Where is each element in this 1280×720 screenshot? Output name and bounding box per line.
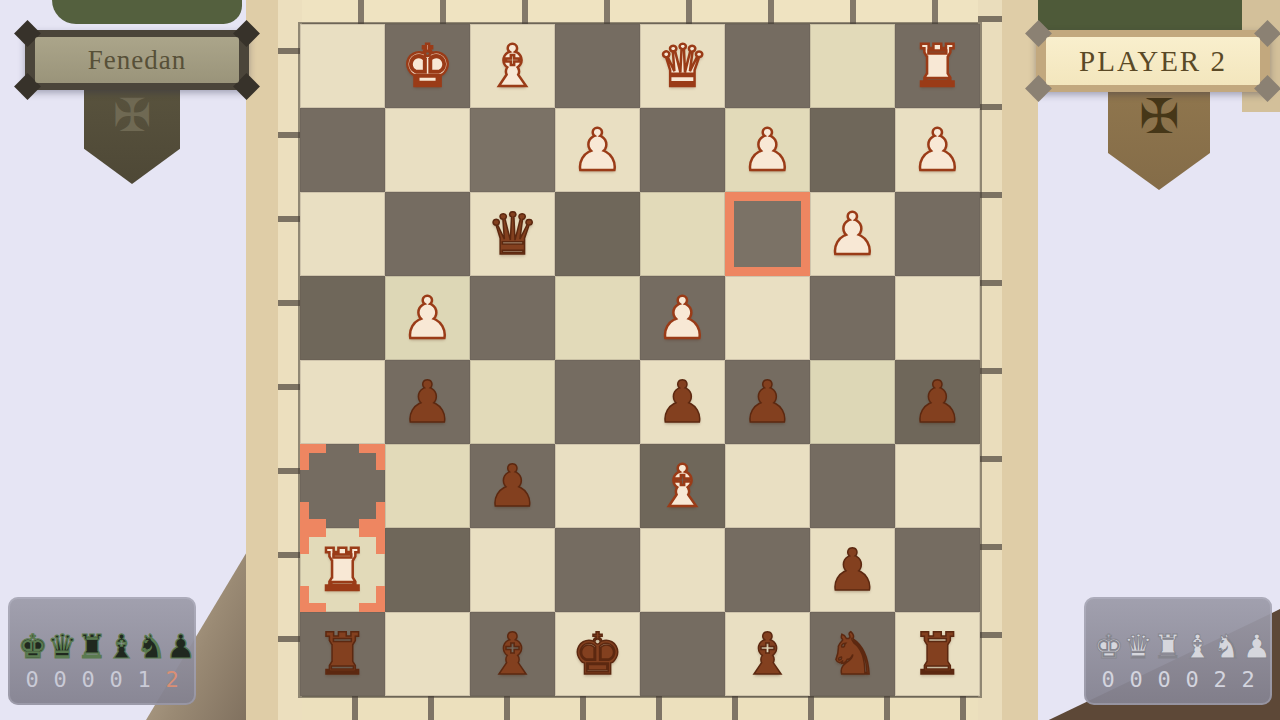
black-pawn: ♟ [912,373,964,431]
square-r5c8[interactable]: ♟ [895,360,980,444]
white-pawn: ♟ [572,121,624,179]
square-r4c6[interactable] [725,276,810,360]
black-rook: ♜ [912,625,964,683]
captured-count-digit: 0 [81,667,94,692]
player1-name: Fenedan [88,45,186,76]
white-pawn: ♟ [827,205,879,263]
captured-king-icon: ♚ [18,630,48,663]
maltese-cross-icon: ✠ [1139,92,1179,140]
captured-count-digit: 2 [165,667,178,692]
square-r7c4[interactable] [555,528,640,612]
square-r3c4[interactable] [555,192,640,276]
square-r3c1[interactable] [300,192,385,276]
black-bishop: ♝ [487,625,539,683]
square-r2c4[interactable]: ♟ [555,108,640,192]
black-king: ♚ [572,625,624,683]
square-r2c5[interactable] [640,108,725,192]
maltese-cross-icon: ✠ [113,92,152,138]
black-pawn: ♟ [657,373,709,431]
square-r6c5[interactable]: ♝ [640,444,725,528]
square-r7c1[interactable]: ♜ [300,528,385,612]
captured-pieces-row: ♚♛♜♝♞♟ [1084,597,1272,663]
square-r8c1[interactable]: ♜ [300,612,385,696]
square-r8c6[interactable]: ♝ [725,612,810,696]
square-r1c2[interactable]: ♚ [385,24,470,108]
board-frame-stones-top [282,0,998,26]
square-r1c3[interactable]: ♝ [470,24,555,108]
white-bishop: ♝ [657,457,709,515]
square-r5c5[interactable]: ♟ [640,360,725,444]
white-queen: ♛ [657,37,709,95]
white-pawn: ♟ [657,289,709,347]
white-bishop: ♝ [487,37,539,95]
square-r5c4[interactable] [555,360,640,444]
white-rook: ♜ [912,37,964,95]
square-r1c4[interactable] [555,24,640,108]
captured-bishop-icon: ♝ [1183,630,1213,663]
black-pawn: ♟ [827,541,879,599]
square-r8c5[interactable] [640,612,725,696]
square-r6c8[interactable] [895,444,980,528]
square-r8c4[interactable]: ♚ [555,612,640,696]
black-pawn: ♟ [402,373,454,431]
square-r2c2[interactable] [385,108,470,192]
square-r4c7[interactable] [810,276,895,360]
square-r5c3[interactable] [470,360,555,444]
square-r4c5[interactable]: ♟ [640,276,725,360]
square-r6c6[interactable] [725,444,810,528]
captured-counter: 000012 [8,663,196,692]
square-r1c1[interactable] [300,24,385,108]
square-r4c4[interactable] [555,276,640,360]
white-king: ♚ [402,37,454,95]
square-r4c2[interactable]: ♟ [385,276,470,360]
square-r1c5[interactable]: ♛ [640,24,725,108]
captured-counter: 000022 [1084,663,1272,692]
square-r6c4[interactable] [555,444,640,528]
captured-bishop-icon: ♝ [107,630,137,663]
square-r3c6[interactable] [725,192,810,276]
captured-count-digit: 0 [25,667,38,692]
white-pawn: ♟ [402,289,454,347]
captured-queen-icon: ♛ [48,630,78,663]
board-frame-stones-left [278,0,302,720]
board-frame-stones-bottom [282,694,998,720]
square-r1c7[interactable] [810,24,895,108]
captured-king-icon: ♚ [1094,630,1124,663]
chess-board: ♚♝♛♜♟♟♟♛♟♟♟♟♟♟♟♟♝♜♟♜♝♚♝♞♜ [300,24,980,696]
square-r3c8[interactable] [895,192,980,276]
captured-count-digit: 0 [1157,667,1170,692]
captured-pawn-icon: ♟ [1242,630,1272,663]
square-r5c2[interactable]: ♟ [385,360,470,444]
square-r2c6[interactable]: ♟ [725,108,810,192]
captured-count-digit: 2 [1213,667,1226,692]
square-r5c6[interactable]: ♟ [725,360,810,444]
captured-pieces-row: ♚♛♜♝♞♟ [8,597,196,663]
black-rook: ♜ [317,625,369,683]
black-pawn: ♟ [742,373,794,431]
black-pawn: ♟ [487,457,539,515]
square-r3c7[interactable]: ♟ [810,192,895,276]
square-r3c3[interactable]: ♛ [470,192,555,276]
square-r5c1[interactable] [300,360,385,444]
square-r8c8[interactable]: ♜ [895,612,980,696]
square-r2c7[interactable] [810,108,895,192]
square-r2c8[interactable]: ♟ [895,108,980,192]
square-r3c5[interactable] [640,192,725,276]
square-r6c7[interactable] [810,444,895,528]
player2-captured-tray: ♚♛♜♝♞♟ 000022 [1084,597,1272,705]
black-bishop: ♝ [742,625,794,683]
square-r1c6[interactable] [725,24,810,108]
square-r7c6[interactable] [725,528,810,612]
captured-count-digit: 2 [1241,667,1254,692]
square-r3c2[interactable] [385,192,470,276]
captured-pawn-icon: ♟ [166,630,196,663]
square-r8c2[interactable] [385,612,470,696]
player2-nameplate: PLAYER 2 [1036,30,1270,92]
player1-captured-tray: ♚♛♜♝♞♟ 000012 [8,597,196,705]
square-r7c5[interactable] [640,528,725,612]
square-r6c3[interactable]: ♟ [470,444,555,528]
black-queen: ♛ [487,205,539,263]
captured-count-digit: 1 [137,667,150,692]
player1-nameplate: Fenedan [25,30,249,90]
player1-nameplate-plate: Fenedan [35,37,239,83]
square-r6c1[interactable] [300,444,385,528]
player2-name: PLAYER 2 [1079,45,1227,78]
square-r7c3[interactable] [470,528,555,612]
square-r4c1[interactable] [300,276,385,360]
square-r2c1[interactable] [300,108,385,192]
cursor-highlight [725,192,810,276]
square-r6c2[interactable] [385,444,470,528]
square-r2c3[interactable] [470,108,555,192]
chess-game-screen: ♚♝♛♜♟♟♟♛♟♟♟♟♟♟♟♟♝♜♟♜♝♚♝♞♜ ✠ Fenedan ✠ PL… [0,0,1280,720]
captured-count-digit: 0 [53,667,66,692]
captured-knight-icon: ♞ [136,630,166,663]
captured-rook-icon: ♜ [77,630,107,663]
square-r8c7[interactable]: ♞ [810,612,895,696]
captured-count-digit: 0 [1101,667,1114,692]
captured-knight-icon: ♞ [1212,630,1242,663]
square-r5c7[interactable] [810,360,895,444]
scenery-trees-top-left [52,0,242,24]
captured-rook-icon: ♜ [1153,630,1183,663]
square-r7c2[interactable] [385,528,470,612]
square-r7c8[interactable] [895,528,980,612]
captured-queen-icon: ♛ [1124,630,1154,663]
captured-count-digit: 0 [1185,667,1198,692]
captured-count-digit: 0 [109,667,122,692]
player2-nameplate-plate: PLAYER 2 [1046,37,1260,85]
square-r8c3[interactable]: ♝ [470,612,555,696]
captured-count-digit: 0 [1129,667,1142,692]
square-r4c3[interactable] [470,276,555,360]
black-knight: ♞ [827,625,879,683]
white-pawn: ♟ [912,121,964,179]
square-r7c7[interactable]: ♟ [810,528,895,612]
white-pawn: ♟ [742,121,794,179]
square-r1c8[interactable]: ♜ [895,24,980,108]
board-frame-stones-right [978,0,1002,720]
square-r4c8[interactable] [895,276,980,360]
